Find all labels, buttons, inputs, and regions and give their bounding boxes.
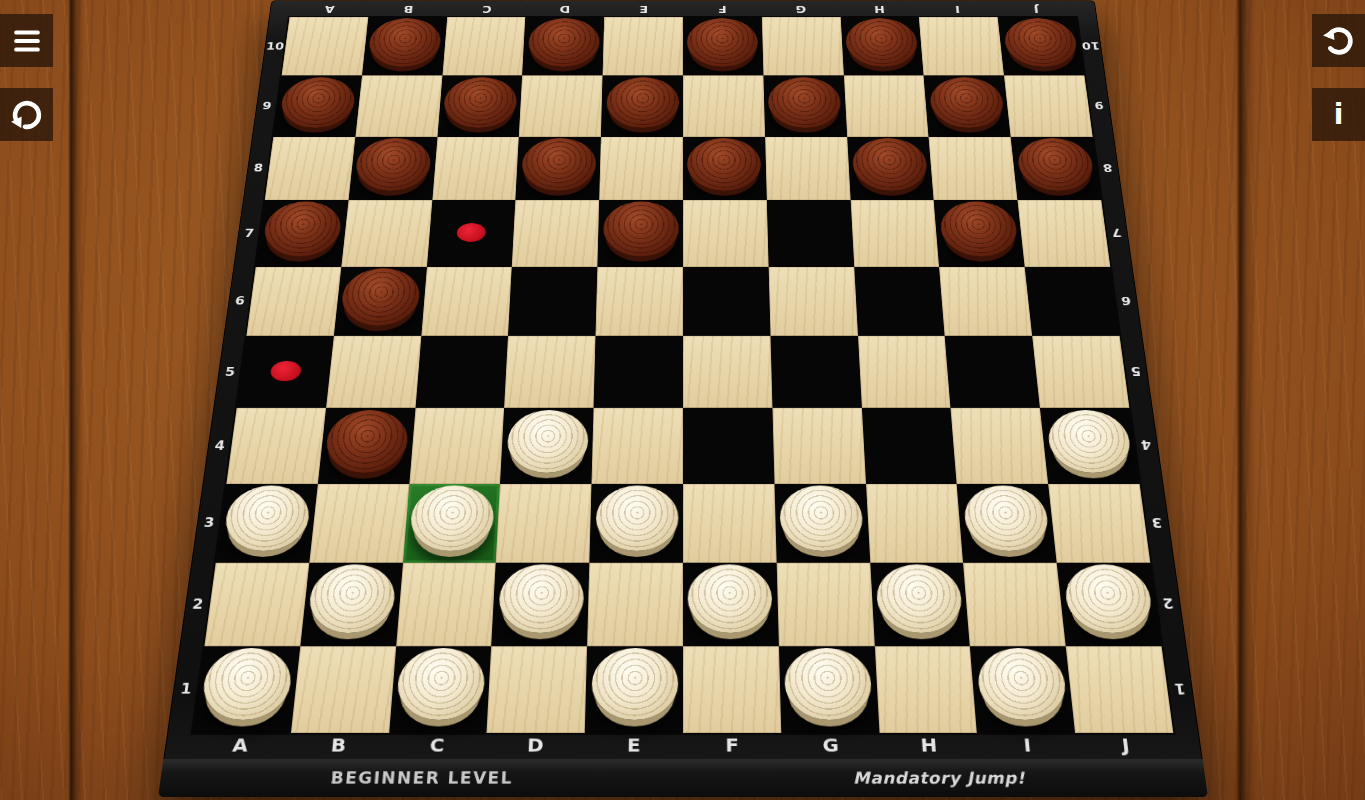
file-label-bottom-A: A: [189, 733, 291, 759]
file-label-bottom-E: E: [584, 733, 683, 759]
file-label-top-A: A: [289, 0, 369, 17]
dark-piece-C9[interactable]: [442, 77, 518, 128]
file-label-top-E: E: [604, 0, 683, 17]
square-J9[interactable]: [1004, 76, 1093, 137]
file-label-bottom-B: B: [288, 733, 389, 759]
board-frame: ABCDEFGHIJ ABCDEFGHIJ 10987654321 109876…: [158, 0, 1208, 797]
square-G7[interactable]: [767, 200, 854, 266]
dark-piece-H10[interactable]: [845, 18, 919, 67]
file-label-top-I: I: [918, 0, 998, 17]
square-C2[interactable]: [396, 563, 496, 646]
file-label-bottom-H: H: [879, 733, 979, 759]
file-label-bottom-D: D: [485, 733, 584, 759]
square-G3[interactable]: [774, 484, 870, 563]
square-E8[interactable]: [599, 137, 683, 201]
square-C8[interactable]: [432, 137, 519, 201]
square-J5[interactable]: [1032, 336, 1129, 408]
dark-piece-F8[interactable]: [687, 138, 761, 191]
square-D1[interactable]: [487, 646, 587, 733]
square-C6[interactable]: [421, 267, 512, 336]
square-B8[interactable]: [348, 137, 437, 201]
file-label-bottom-G: G: [781, 733, 880, 759]
square-D6[interactable]: [508, 267, 597, 336]
square-J3[interactable]: [1048, 484, 1150, 563]
dark-piece-B8[interactable]: [354, 138, 433, 191]
square-A9[interactable]: [273, 76, 362, 137]
square-H8[interactable]: [847, 137, 934, 201]
file-label-bottom-I: I: [977, 733, 1078, 759]
square-D9[interactable]: [519, 76, 603, 137]
square-C9[interactable]: [437, 76, 522, 137]
square-D10[interactable]: [522, 17, 604, 76]
square-I2[interactable]: [963, 563, 1065, 646]
status-message: Mandatory Jump!: [852, 768, 1025, 787]
square-G9[interactable]: [763, 76, 847, 137]
dark-piece-F10[interactable]: [687, 18, 758, 67]
dark-piece-I7[interactable]: [939, 202, 1019, 257]
square-G10[interactable]: [762, 17, 844, 76]
dark-piece-B6[interactable]: [340, 268, 422, 325]
square-H5[interactable]: [858, 336, 951, 408]
square-H3[interactable]: [866, 484, 964, 563]
square-G8[interactable]: [765, 137, 850, 201]
file-labels-top: ABCDEFGHIJ: [289, 0, 1076, 17]
square-E10[interactable]: [603, 17, 683, 76]
info-icon: i: [1334, 101, 1344, 129]
light-piece-E3[interactable]: [595, 486, 678, 552]
square-J6[interactable]: [1025, 267, 1120, 336]
square-J7[interactable]: [1018, 200, 1111, 266]
square-E7[interactable]: [598, 200, 683, 266]
dark-piece-A9[interactable]: [279, 77, 357, 128]
square-I7[interactable]: [934, 200, 1025, 266]
square-H1[interactable]: [874, 646, 977, 733]
light-piece-F2[interactable]: [688, 565, 773, 634]
square-B7[interactable]: [341, 200, 432, 266]
square-C1[interactable]: [389, 646, 492, 733]
square-D5[interactable]: [504, 336, 595, 408]
square-J1[interactable]: [1066, 646, 1173, 733]
square-B1[interactable]: [291, 646, 396, 733]
light-piece-G3[interactable]: [779, 486, 864, 552]
board-front-face: BEGINNER LEVEL Mandatory Jump!: [158, 759, 1208, 797]
light-piece-A1[interactable]: [200, 648, 295, 720]
square-F4[interactable]: [683, 408, 774, 484]
square-I6[interactable]: [939, 267, 1032, 336]
dark-piece-E9[interactable]: [606, 77, 679, 128]
square-F7[interactable]: [683, 200, 768, 266]
square-B4[interactable]: [318, 408, 415, 484]
square-H6[interactable]: [854, 267, 945, 336]
file-label-top-B: B: [368, 0, 448, 17]
square-F9[interactable]: [683, 76, 765, 137]
board-scene: ABCDEFGHIJ ABCDEFGHIJ 10987654321 109876…: [158, 0, 1208, 797]
square-C7[interactable]: [427, 200, 516, 266]
square-A2[interactable]: [204, 563, 309, 646]
dark-piece-J8[interactable]: [1015, 138, 1095, 191]
file-label-top-J: J: [996, 0, 1076, 17]
dark-piece-G9[interactable]: [768, 77, 842, 128]
square-J2[interactable]: [1057, 563, 1162, 646]
file-label-bottom-F: F: [683, 733, 782, 759]
file-label-bottom-C: C: [387, 733, 487, 759]
square-H4[interactable]: [862, 408, 957, 484]
menu-button[interactable]: [0, 14, 53, 67]
square-E5[interactable]: [594, 336, 683, 408]
square-I4[interactable]: [951, 408, 1048, 484]
square-G4[interactable]: [772, 408, 865, 484]
square-I10[interactable]: [919, 17, 1004, 76]
square-E6[interactable]: [596, 267, 683, 336]
square-E4[interactable]: [592, 408, 683, 484]
square-H9[interactable]: [844, 76, 929, 137]
square-G6[interactable]: [768, 267, 857, 336]
square-A6[interactable]: [246, 267, 341, 336]
square-I1[interactable]: [970, 646, 1075, 733]
light-piece-J4[interactable]: [1045, 410, 1133, 473]
light-piece-D4[interactable]: [506, 410, 589, 473]
dark-piece-J10[interactable]: [1002, 18, 1079, 67]
square-C4[interactable]: [409, 408, 504, 484]
square-A7[interactable]: [256, 200, 349, 266]
square-F10[interactable]: [683, 17, 763, 76]
square-C10[interactable]: [442, 17, 525, 76]
move-hint-dot-A5[interactable]: [269, 361, 302, 381]
light-piece-H2[interactable]: [875, 565, 964, 634]
square-G5[interactable]: [770, 336, 861, 408]
move-hint-dot-C7[interactable]: [457, 223, 487, 242]
square-H10[interactable]: [840, 17, 923, 76]
dark-piece-I9[interactable]: [928, 77, 1005, 128]
square-J10[interactable]: [998, 17, 1085, 76]
square-A10[interactable]: [282, 17, 369, 76]
rotate-icon: [8, 96, 46, 134]
light-piece-A3[interactable]: [222, 486, 312, 552]
square-G2[interactable]: [776, 563, 874, 646]
square-D2[interactable]: [492, 563, 590, 646]
square-H7[interactable]: [850, 200, 939, 266]
square-C5[interactable]: [415, 336, 508, 408]
square-D8[interactable]: [516, 137, 601, 201]
square-I5[interactable]: [945, 336, 1040, 408]
info-button[interactable]: i: [1312, 88, 1365, 141]
rotate-board-button[interactable]: [0, 88, 53, 141]
square-J8[interactable]: [1011, 137, 1102, 201]
square-A1[interactable]: [193, 646, 300, 733]
square-E2[interactable]: [587, 563, 683, 646]
file-label-top-D: D: [526, 0, 605, 17]
light-piece-E1[interactable]: [591, 648, 678, 720]
dark-piece-H8[interactable]: [851, 138, 928, 191]
square-B3[interactable]: [309, 484, 409, 563]
square-G1[interactable]: [779, 646, 879, 733]
square-E3[interactable]: [590, 484, 683, 563]
square-F3[interactable]: [683, 484, 776, 563]
file-label-top-C: C: [447, 0, 527, 17]
square-B2[interactable]: [300, 563, 402, 646]
dark-piece-B10[interactable]: [367, 18, 442, 67]
square-B5[interactable]: [326, 336, 421, 408]
light-piece-J2[interactable]: [1062, 565, 1155, 634]
square-J4[interactable]: [1040, 408, 1140, 484]
file-label-bottom-J: J: [1075, 733, 1177, 759]
square-I8[interactable]: [929, 137, 1018, 201]
square-A5[interactable]: [237, 336, 334, 408]
light-piece-C1[interactable]: [395, 648, 486, 720]
file-label-top-F: F: [683, 0, 762, 17]
level-label: BEGINNER LEVEL: [330, 768, 513, 787]
square-F1[interactable]: [683, 646, 781, 733]
square-I9[interactable]: [924, 76, 1011, 137]
square-D7[interactable]: [512, 200, 599, 266]
file-label-top-H: H: [839, 0, 919, 17]
square-D4[interactable]: [500, 408, 593, 484]
square-F6[interactable]: [683, 267, 770, 336]
square-H2[interactable]: [870, 563, 970, 646]
file-labels-bottom: ABCDEFGHIJ: [189, 733, 1177, 759]
dark-piece-A7[interactable]: [262, 202, 344, 257]
light-piece-B2[interactable]: [307, 565, 398, 634]
square-B9[interactable]: [355, 76, 442, 137]
undo-icon: [1320, 22, 1358, 60]
square-F8[interactable]: [683, 137, 767, 201]
light-piece-G1[interactable]: [784, 648, 873, 720]
dark-piece-B4[interactable]: [324, 410, 410, 473]
square-I3[interactable]: [957, 484, 1057, 563]
square-F5[interactable]: [683, 336, 772, 408]
square-A8[interactable]: [265, 137, 356, 201]
square-F2[interactable]: [683, 563, 779, 646]
light-piece-D2[interactable]: [497, 565, 584, 634]
square-A4[interactable]: [226, 408, 326, 484]
dark-piece-E7[interactable]: [602, 202, 678, 257]
square-D3[interactable]: [496, 484, 592, 563]
dark-piece-D8[interactable]: [521, 138, 597, 191]
light-piece-I1[interactable]: [975, 648, 1068, 720]
square-E9[interactable]: [601, 76, 683, 137]
undo-button[interactable]: [1312, 14, 1365, 67]
menu-icon: [10, 24, 44, 58]
square-A3[interactable]: [216, 484, 318, 563]
dark-piece-D10[interactable]: [527, 18, 600, 67]
square-C3[interactable]: [403, 484, 501, 563]
file-label-top-G: G: [761, 0, 840, 17]
light-piece-C3[interactable]: [409, 486, 496, 552]
board-grid: [193, 17, 1174, 733]
light-piece-I3[interactable]: [962, 486, 1050, 552]
square-B6[interactable]: [334, 267, 427, 336]
square-E1[interactable]: [585, 646, 683, 733]
square-B10[interactable]: [362, 17, 447, 76]
